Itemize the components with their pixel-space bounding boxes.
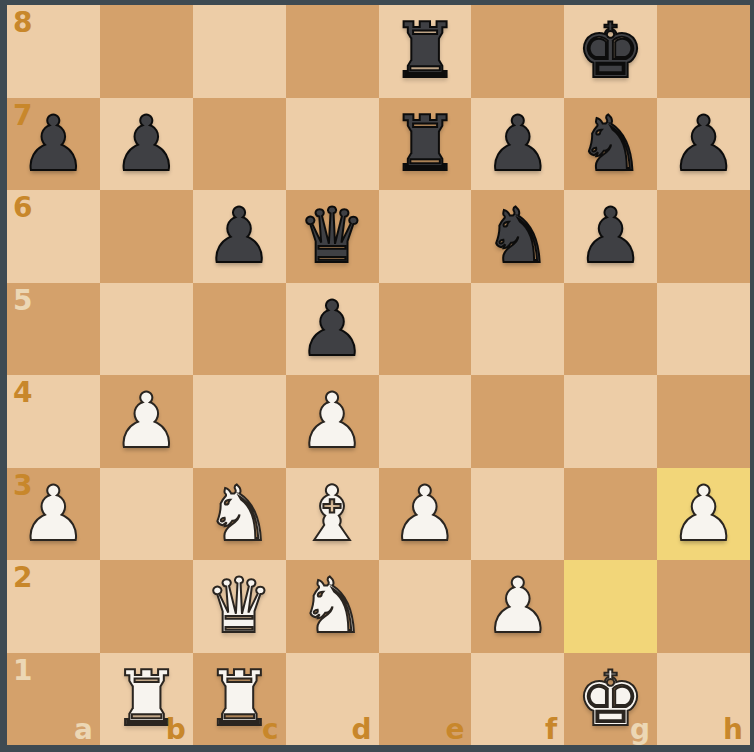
white-pawn-piece[interactable]: ♟	[657, 468, 750, 561]
square-a8[interactable]: 8	[7, 5, 100, 98]
square-e6[interactable]	[379, 190, 472, 283]
square-c6[interactable]: ♟	[193, 190, 286, 283]
square-c5[interactable]	[193, 283, 286, 376]
square-h1[interactable]: h	[657, 653, 750, 746]
square-c3[interactable]: ♞	[193, 468, 286, 561]
square-e5[interactable]	[379, 283, 472, 376]
black-pawn-piece[interactable]: ♟	[657, 98, 750, 191]
black-pawn-piece[interactable]: ♟	[286, 283, 379, 376]
square-d5[interactable]: ♟	[286, 283, 379, 376]
square-a4[interactable]: 4	[7, 375, 100, 468]
square-f1[interactable]: f	[471, 653, 564, 746]
rank-label-1: 1	[13, 657, 32, 685]
square-b2[interactable]	[100, 560, 193, 653]
square-g5[interactable]	[564, 283, 657, 376]
square-e1[interactable]: e	[379, 653, 472, 746]
square-a3[interactable]: 3♟	[7, 468, 100, 561]
square-f4[interactable]	[471, 375, 564, 468]
square-f7[interactable]: ♟	[471, 98, 564, 191]
chess-board: 8♜♚7♟♟♜♟♞♟6♟♛♞♟5♟4♟♟3♟♞♝♟♟2♛♞♟1ab♜c♜defg…	[7, 5, 750, 745]
square-c7[interactable]	[193, 98, 286, 191]
square-b1[interactable]: b♜	[100, 653, 193, 746]
square-b6[interactable]	[100, 190, 193, 283]
white-knight-piece[interactable]: ♞	[286, 560, 379, 653]
white-queen-piece[interactable]: ♛	[193, 560, 286, 653]
square-b3[interactable]	[100, 468, 193, 561]
square-f5[interactable]	[471, 283, 564, 376]
square-c2[interactable]: ♛	[193, 560, 286, 653]
rank-label-8: 8	[13, 9, 32, 37]
square-e7[interactable]: ♜	[379, 98, 472, 191]
white-bishop-piece[interactable]: ♝	[286, 468, 379, 561]
square-h5[interactable]	[657, 283, 750, 376]
square-d3[interactable]: ♝	[286, 468, 379, 561]
square-f3[interactable]	[471, 468, 564, 561]
file-label-a: a	[74, 716, 93, 744]
square-h6[interactable]	[657, 190, 750, 283]
black-knight-piece[interactable]: ♞	[564, 98, 657, 191]
square-c8[interactable]	[193, 5, 286, 98]
square-e2[interactable]	[379, 560, 472, 653]
square-g1[interactable]: g♚	[564, 653, 657, 746]
square-f6[interactable]: ♞	[471, 190, 564, 283]
white-pawn-piece[interactable]: ♟	[286, 375, 379, 468]
square-b5[interactable]	[100, 283, 193, 376]
square-e4[interactable]	[379, 375, 472, 468]
square-f2[interactable]: ♟	[471, 560, 564, 653]
square-f8[interactable]	[471, 5, 564, 98]
black-pawn-piece[interactable]: ♟	[471, 98, 564, 191]
square-g2[interactable]	[564, 560, 657, 653]
white-king-piece[interactable]: ♚	[564, 653, 657, 746]
black-knight-piece[interactable]: ♞	[471, 190, 564, 283]
square-a7[interactable]: 7♟	[7, 98, 100, 191]
square-d7[interactable]	[286, 98, 379, 191]
square-a6[interactable]: 6	[7, 190, 100, 283]
square-g3[interactable]	[564, 468, 657, 561]
square-b7[interactable]: ♟	[100, 98, 193, 191]
square-d1[interactable]: d	[286, 653, 379, 746]
square-a2[interactable]: 2	[7, 560, 100, 653]
square-d4[interactable]: ♟	[286, 375, 379, 468]
white-pawn-piece[interactable]: ♟	[471, 560, 564, 653]
square-g7[interactable]: ♞	[564, 98, 657, 191]
white-rook-piece[interactable]: ♜	[193, 653, 286, 746]
square-d2[interactable]: ♞	[286, 560, 379, 653]
white-knight-piece[interactable]: ♞	[193, 468, 286, 561]
black-pawn-piece[interactable]: ♟	[193, 190, 286, 283]
square-g8[interactable]: ♚	[564, 5, 657, 98]
square-h4[interactable]	[657, 375, 750, 468]
black-pawn-piece[interactable]: ♟	[564, 190, 657, 283]
black-queen-piece[interactable]: ♛	[286, 190, 379, 283]
square-e3[interactable]: ♟	[379, 468, 472, 561]
black-rook-piece[interactable]: ♜	[379, 5, 472, 98]
black-rook-piece[interactable]: ♜	[379, 98, 472, 191]
file-label-f: f	[545, 716, 557, 744]
rank-label-6: 6	[13, 194, 32, 222]
square-c1[interactable]: c♜	[193, 653, 286, 746]
square-h2[interactable]	[657, 560, 750, 653]
square-b8[interactable]	[100, 5, 193, 98]
black-pawn-piece[interactable]: ♟	[100, 98, 193, 191]
white-pawn-piece[interactable]: ♟	[100, 375, 193, 468]
square-d6[interactable]: ♛	[286, 190, 379, 283]
square-g6[interactable]: ♟	[564, 190, 657, 283]
square-h8[interactable]	[657, 5, 750, 98]
rank-label-5: 5	[13, 287, 32, 315]
square-a5[interactable]: 5	[7, 283, 100, 376]
rank-label-4: 4	[13, 379, 32, 407]
square-g4[interactable]	[564, 375, 657, 468]
white-pawn-piece[interactable]: ♟	[7, 468, 100, 561]
square-h7[interactable]: ♟	[657, 98, 750, 191]
square-d8[interactable]	[286, 5, 379, 98]
square-e8[interactable]: ♜	[379, 5, 472, 98]
file-label-e: e	[445, 716, 464, 744]
black-pawn-piece[interactable]: ♟	[7, 98, 100, 191]
square-b4[interactable]: ♟	[100, 375, 193, 468]
rank-label-2: 2	[13, 564, 32, 592]
file-label-d: d	[351, 716, 371, 744]
square-a1[interactable]: 1a	[7, 653, 100, 746]
chess-app-window: 8♜♚7♟♟♜♟♞♟6♟♛♞♟5♟4♟♟3♟♞♝♟♟2♛♞♟1ab♜c♜defg…	[0, 0, 754, 752]
black-king-piece[interactable]: ♚	[564, 5, 657, 98]
white-pawn-piece[interactable]: ♟	[379, 468, 472, 561]
square-c4[interactable]	[193, 375, 286, 468]
square-h3[interactable]: ♟	[657, 468, 750, 561]
white-rook-piece[interactable]: ♜	[100, 653, 193, 746]
file-label-h: h	[723, 716, 743, 744]
